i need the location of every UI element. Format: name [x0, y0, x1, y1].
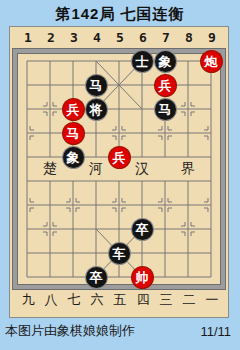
top-coordinate-label: 9	[208, 27, 216, 49]
piece-black-horse[interactable]: 马	[155, 99, 176, 120]
page: 第142局 七国连衡 123456789 楚河汉界 士象炮马兵兵将马马象兵卒车卒…	[0, 0, 240, 350]
bottom-coordinate-label: 二	[183, 289, 196, 311]
piece-red-king[interactable]: 帅	[132, 267, 153, 288]
piece-black-horse[interactable]: 马	[86, 75, 107, 96]
piece-black-chariot[interactable]: 车	[109, 243, 130, 264]
piece-black-elephant[interactable]: 象	[155, 51, 176, 72]
piece-red-cannon[interactable]: 炮	[201, 51, 222, 72]
piece-black-elephant[interactable]: 象	[63, 147, 84, 168]
bottom-coordinate-label: 一	[206, 289, 219, 311]
piece-black-advisor[interactable]: 士	[132, 51, 153, 72]
top-coordinate-label: 8	[185, 27, 193, 49]
bottom-coordinate-label: 五	[114, 289, 127, 311]
piece-red-pawn[interactable]: 兵	[109, 147, 130, 168]
piece-red-pawn[interactable]: 兵	[63, 99, 84, 120]
top-coordinate-label: 6	[139, 27, 147, 49]
piece-black-pawn[interactable]: 卒	[132, 219, 153, 240]
bottom-coordinate-label: 七	[68, 289, 81, 311]
bottom-coordinate-label: 六	[91, 289, 104, 311]
footer: 本图片由象棋娘娘制作 11/11	[0, 318, 240, 350]
top-coordinate-label: 7	[162, 27, 170, 49]
bottom-coordinate-label: 三	[160, 289, 173, 311]
top-coordinate-label: 5	[116, 27, 124, 49]
puzzle-title: 第142局 七国连衡	[0, 0, 240, 26]
bottom-coordinate-label: 九	[22, 289, 35, 311]
credit-text: 本图片由象棋娘娘制作	[5, 322, 135, 340]
piece-red-horse[interactable]: 马	[63, 123, 84, 144]
top-coordinate-label: 1	[24, 27, 32, 49]
piece-black-king[interactable]: 将	[86, 99, 107, 120]
bottom-coordinates: 九八七六五四三二一	[10, 289, 228, 311]
top-coordinates: 123456789	[10, 27, 228, 49]
top-coordinate-label: 4	[93, 27, 101, 49]
pieces-grid: 士象炮马兵兵将马马象兵卒车卒帅	[16, 49, 223, 289]
bottom-coordinate-label: 八	[45, 289, 58, 311]
piece-black-pawn[interactable]: 卒	[86, 267, 107, 288]
bottom-coordinate-label: 四	[137, 289, 150, 311]
page-indicator: 11/11	[200, 324, 231, 339]
xiangqi-board: 楚河汉界 士象炮马兵兵将马马象兵卒车卒帅	[13, 49, 225, 289]
top-coordinate-label: 2	[47, 27, 55, 49]
top-coordinate-label: 3	[70, 27, 78, 49]
board-panel: 123456789 楚河汉界 士象炮马兵兵将马马象兵卒车卒帅 九八七六五四三二一	[9, 26, 229, 318]
piece-red-pawn[interactable]: 兵	[155, 75, 176, 96]
